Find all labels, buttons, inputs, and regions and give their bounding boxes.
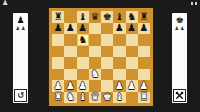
- undo-button[interactable]: ↺: [14, 89, 27, 102]
- captured-pawn-icon: ♟: [21, 26, 25, 31]
- piece-white-king: ♚: [103, 92, 112, 102]
- square-c8[interactable]: ♝: [77, 11, 89, 23]
- square-a5[interactable]: [52, 46, 64, 58]
- square-e1[interactable]: ♚: [101, 92, 113, 104]
- left-captured-tray: ♟♟: [16, 26, 26, 31]
- square-b5[interactable]: [64, 46, 76, 58]
- piece-white-rook: ♜: [54, 92, 63, 102]
- square-e3[interactable]: [101, 69, 113, 81]
- square-c7[interactable]: ♟: [77, 23, 89, 35]
- square-b1[interactable]: ♞: [64, 92, 76, 104]
- captured-pawn-icon: ♟: [175, 26, 179, 31]
- undo-icon: ↺: [17, 92, 24, 100]
- corner-pawn-icon: ♟: [2, 0, 8, 7]
- square-a4[interactable]: [52, 57, 64, 69]
- square-b4[interactable]: [64, 57, 76, 69]
- piece-black-pawn: ♟: [66, 23, 75, 33]
- piece-black-rook: ♜: [54, 12, 63, 22]
- square-f4[interactable]: [113, 57, 125, 69]
- square-a8[interactable]: ♜: [52, 11, 64, 23]
- piece-white-knight: ♞: [66, 92, 75, 102]
- black-pawn-icon: ♟: [16, 16, 24, 25]
- square-h2[interactable]: ♟: [138, 80, 150, 92]
- piece-black-pawn: ♟: [139, 23, 148, 33]
- piece-white-pawn: ♟: [78, 81, 87, 91]
- square-b3[interactable]: [64, 69, 76, 81]
- chess-board: ♜♝♛♚♝♞♜♟♟♟♟♟♟♞♞♟♟♟♟♟♟♜♞♝♛♚♝♜: [48, 7, 154, 107]
- piece-white-bishop: ♝: [78, 92, 87, 102]
- square-e2[interactable]: [101, 80, 113, 92]
- piece-black-pawn: ♟: [115, 23, 124, 33]
- piece-white-pawn: ♟: [54, 81, 63, 91]
- square-c2[interactable]: ♟: [77, 80, 89, 92]
- square-d5[interactable]: [89, 46, 101, 58]
- black-king-icon: ♚: [175, 16, 183, 25]
- piece-white-queen: ♛: [90, 92, 99, 102]
- right-captured-tray: ♟♟: [175, 26, 185, 31]
- piece-white-pawn: ♟: [66, 81, 75, 91]
- square-f2[interactable]: ♟: [113, 80, 125, 92]
- square-g4[interactable]: [126, 57, 138, 69]
- left-player-panel: ♟ ♟♟ ↺: [13, 13, 28, 103]
- square-b7[interactable]: ♟: [64, 23, 76, 35]
- square-g3[interactable]: [126, 69, 138, 81]
- square-f8[interactable]: ♝: [113, 11, 125, 23]
- square-f5[interactable]: [113, 46, 125, 58]
- board-grid: ♜♝♛♚♝♞♜♟♟♟♟♟♟♞♞♟♟♟♟♟♟♜♞♝♛♚♝♜: [52, 11, 150, 103]
- piece-black-knight: ♞: [127, 12, 136, 22]
- square-c3[interactable]: [77, 69, 89, 81]
- piece-black-bishop: ♝: [78, 12, 87, 22]
- captured-pawn-icon: ♟: [180, 26, 184, 31]
- square-a3[interactable]: [52, 69, 64, 81]
- square-d1[interactable]: ♛: [89, 92, 101, 104]
- square-g2[interactable]: ♟: [126, 80, 138, 92]
- square-e7[interactable]: [101, 23, 113, 35]
- crossed-tools-icon: [175, 91, 184, 100]
- status-marks-icon: [191, 2, 197, 5]
- square-g6[interactable]: [126, 34, 138, 46]
- square-a7[interactable]: ♟: [52, 23, 64, 35]
- square-f3[interactable]: [113, 69, 125, 81]
- square-e6[interactable]: [101, 34, 113, 46]
- piece-black-bishop: ♝: [115, 12, 124, 22]
- square-g7[interactable]: ♟: [126, 23, 138, 35]
- game-screen: ♟ ♟ ♟♟ ↺ ♜♝♛♚♝♞♜♟♟♟♟♟♟♞♞♟♟♟♟♟♟♜♞♝♛♚♝♜ ♚ …: [0, 0, 200, 112]
- square-h1[interactable]: ♜: [138, 92, 150, 104]
- piece-black-queen: ♛: [90, 12, 99, 22]
- piece-black-rook: ♜: [139, 12, 148, 22]
- square-a6[interactable]: [52, 34, 64, 46]
- piece-black-pawn: ♟: [54, 23, 63, 33]
- square-g8[interactable]: ♞: [126, 11, 138, 23]
- square-d8[interactable]: ♛: [89, 11, 101, 23]
- square-a1[interactable]: ♜: [52, 92, 64, 104]
- piece-black-pawn: ♟: [127, 23, 136, 33]
- square-b8[interactable]: [64, 11, 76, 23]
- piece-white-pawn: ♟: [139, 81, 148, 91]
- square-e8[interactable]: ♚: [101, 11, 113, 23]
- square-d3[interactable]: ♞: [89, 69, 101, 81]
- square-h6[interactable]: [138, 34, 150, 46]
- square-d2[interactable]: [89, 80, 101, 92]
- square-c4[interactable]: [77, 57, 89, 69]
- square-a2[interactable]: ♟: [52, 80, 64, 92]
- tools-button[interactable]: [173, 89, 186, 102]
- piece-white-pawn: ♟: [127, 81, 136, 91]
- square-b2[interactable]: ♟: [64, 80, 76, 92]
- square-d7[interactable]: [89, 23, 101, 35]
- square-e5[interactable]: [101, 46, 113, 58]
- square-h8[interactable]: ♜: [138, 11, 150, 23]
- square-c1[interactable]: ♝: [77, 92, 89, 104]
- square-b6[interactable]: [64, 34, 76, 46]
- square-f6[interactable]: [113, 34, 125, 46]
- right-player-panel: ♚ ♟♟: [172, 13, 187, 103]
- piece-black-king: ♚: [103, 12, 112, 22]
- square-c6[interactable]: ♞: [77, 34, 89, 46]
- piece-black-pawn: ♟: [78, 23, 87, 33]
- piece-black-knight: ♞: [78, 35, 87, 45]
- piece-white-bishop: ♝: [115, 92, 124, 102]
- square-g1[interactable]: [126, 92, 138, 104]
- square-h3[interactable]: [138, 69, 150, 81]
- square-d4[interactable]: [89, 57, 101, 69]
- square-h5[interactable]: [138, 46, 150, 58]
- square-f7[interactable]: ♟: [113, 23, 125, 35]
- piece-white-knight: ♞: [90, 69, 99, 79]
- square-h4[interactable]: [138, 57, 150, 69]
- square-c5[interactable]: [77, 46, 89, 58]
- square-e4[interactable]: [101, 57, 113, 69]
- square-f1[interactable]: ♝: [113, 92, 125, 104]
- square-h7[interactable]: ♟: [138, 23, 150, 35]
- piece-white-pawn: ♟: [115, 81, 124, 91]
- square-g5[interactable]: [126, 46, 138, 58]
- square-d6[interactable]: [89, 34, 101, 46]
- captured-pawn-icon: ♟: [16, 26, 20, 31]
- piece-white-rook: ♜: [139, 92, 148, 102]
